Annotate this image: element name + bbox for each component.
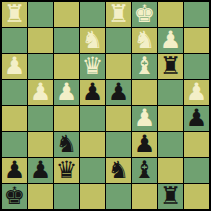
- square-c6[interactable]: [54, 54, 79, 79]
- square-b8[interactable]: [28, 2, 53, 27]
- white-pawn-icon: ♟: [4, 54, 26, 79]
- square-b7[interactable]: [28, 28, 53, 53]
- black-pawn-icon: ♟: [108, 80, 130, 105]
- square-e6[interactable]: [106, 54, 131, 79]
- square-b5[interactable]: ♟: [28, 80, 53, 105]
- black-pawn-icon: ♟: [30, 158, 52, 183]
- square-a8[interactable]: ♜: [2, 2, 27, 27]
- white-rook-icon: ♜: [108, 2, 130, 27]
- square-c1[interactable]: [54, 184, 79, 209]
- square-e4[interactable]: [106, 106, 131, 131]
- square-f1[interactable]: [132, 184, 157, 209]
- square-d3[interactable]: [80, 132, 105, 157]
- square-f7[interactable]: ♞: [132, 28, 157, 53]
- square-d7[interactable]: ♞: [80, 28, 105, 53]
- square-c3[interactable]: ♞: [54, 132, 79, 157]
- square-b3[interactable]: [28, 132, 53, 157]
- square-h8[interactable]: [184, 2, 209, 27]
- square-c2[interactable]: ♛: [54, 158, 79, 183]
- black-bishop-icon: ♝: [134, 158, 156, 183]
- square-g4[interactable]: [158, 106, 183, 131]
- square-h1[interactable]: [184, 184, 209, 209]
- square-f6[interactable]: ♝: [132, 54, 157, 79]
- white-pawn-icon: ♟: [160, 28, 182, 53]
- white-pawn-icon: ♟: [56, 80, 78, 105]
- square-f2[interactable]: ♝: [132, 158, 157, 183]
- square-b6[interactable]: [28, 54, 53, 79]
- square-a5[interactable]: [2, 80, 27, 105]
- square-b4[interactable]: [28, 106, 53, 131]
- square-f3[interactable]: ♟: [132, 132, 157, 157]
- white-rook-icon: ♜: [4, 2, 26, 27]
- square-e2[interactable]: ♞: [106, 158, 131, 183]
- square-c7[interactable]: [54, 28, 79, 53]
- square-g3[interactable]: [158, 132, 183, 157]
- square-e3[interactable]: [106, 132, 131, 157]
- white-pawn-icon: ♟: [30, 80, 52, 105]
- square-a2[interactable]: ♟: [2, 158, 27, 183]
- black-king-icon: ♚: [4, 184, 26, 209]
- square-a6[interactable]: ♟: [2, 54, 27, 79]
- square-d4[interactable]: [80, 106, 105, 131]
- square-g2[interactable]: [158, 158, 183, 183]
- square-d1[interactable]: [80, 184, 105, 209]
- square-d8[interactable]: [80, 2, 105, 27]
- black-knight-icon: ♞: [56, 132, 78, 157]
- white-pawn-icon: ♟: [134, 106, 156, 131]
- black-pawn-icon: ♟: [82, 80, 104, 105]
- black-rook-icon: ♜: [160, 184, 182, 209]
- square-g1[interactable]: ♜: [158, 184, 183, 209]
- square-f8[interactable]: ♚: [132, 2, 157, 27]
- white-queen-icon: ♛: [82, 54, 104, 79]
- square-h3[interactable]: [184, 132, 209, 157]
- square-f5[interactable]: [132, 80, 157, 105]
- square-a4[interactable]: [2, 106, 27, 131]
- square-e7[interactable]: [106, 28, 131, 53]
- square-d2[interactable]: [80, 158, 105, 183]
- square-g8[interactable]: [158, 2, 183, 27]
- white-bishop-icon: ♝: [134, 54, 156, 79]
- square-h5[interactable]: ♟: [184, 80, 209, 105]
- square-e1[interactable]: [106, 184, 131, 209]
- square-f4[interactable]: ♟: [132, 106, 157, 131]
- square-d6[interactable]: ♛: [80, 54, 105, 79]
- square-g5[interactable]: [158, 80, 183, 105]
- square-e8[interactable]: ♜: [106, 2, 131, 27]
- chess-board: ♜♜♚♞♞♟♟♛♝♜♟♟♟♟♟♟♟♞♟♟♟♛♞♝♚♜: [0, 0, 211, 211]
- square-g7[interactable]: ♟: [158, 28, 183, 53]
- square-c5[interactable]: ♟: [54, 80, 79, 105]
- square-h4[interactable]: ♟: [184, 106, 209, 131]
- square-g6[interactable]: ♜: [158, 54, 183, 79]
- square-d5[interactable]: ♟: [80, 80, 105, 105]
- black-queen-icon: ♛: [56, 158, 78, 183]
- white-knight-icon: ♞: [82, 28, 104, 53]
- square-c8[interactable]: [54, 2, 79, 27]
- square-a7[interactable]: [2, 28, 27, 53]
- white-pawn-icon: ♟: [186, 80, 208, 105]
- square-a1[interactable]: ♚: [2, 184, 27, 209]
- black-pawn-icon: ♟: [186, 106, 208, 131]
- square-b1[interactable]: [28, 184, 53, 209]
- square-h7[interactable]: [184, 28, 209, 53]
- square-h6[interactable]: [184, 54, 209, 79]
- black-pawn-icon: ♟: [4, 158, 26, 183]
- square-b2[interactable]: ♟: [28, 158, 53, 183]
- square-a3[interactable]: [2, 132, 27, 157]
- black-pawn-icon: ♟: [134, 132, 156, 157]
- square-h2[interactable]: [184, 158, 209, 183]
- black-knight-icon: ♞: [108, 158, 130, 183]
- black-rook-icon: ♜: [160, 54, 182, 79]
- white-knight-icon: ♞: [134, 28, 156, 53]
- white-king-icon: ♚: [134, 2, 156, 27]
- square-c4[interactable]: [54, 106, 79, 131]
- square-e5[interactable]: ♟: [106, 80, 131, 105]
